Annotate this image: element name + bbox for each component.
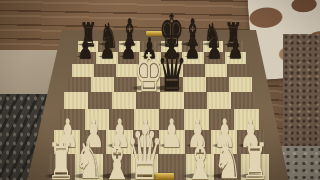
piece-shadow-d2 [133, 143, 153, 147]
piece-white-pawn-b2: ♟ [81, 114, 105, 153]
piece-shadow-f1 [182, 173, 211, 179]
piece-shadow-f7 [184, 55, 199, 58]
piece-black-pawn-g7: ♟ [205, 34, 223, 63]
piece-black-rook-a8: ♜ [78, 18, 98, 51]
piece-black-pawn-c7: ♟ [119, 34, 137, 63]
photo-scene: ♜♞♝♚♝♞♜♟♟♟♟♟♟♟♟♚♛♟♟♟♟♟♟♟♟♜♞♝♛♝♞♜ [0, 0, 320, 180]
piece-black-bishop-f8: ♝ [181, 15, 204, 52]
piece-shadow-h8 [223, 43, 240, 47]
piece-shadow-h7 [227, 55, 242, 58]
piece-black-pawn-f7: ♟ [184, 34, 202, 63]
piece-shadow-g8 [202, 42, 220, 46]
piece-black-queen-e5: ♛ [155, 45, 189, 99]
piece-black-pawn-h7: ♟ [227, 34, 245, 63]
piece-shadow-e2 [159, 143, 179, 147]
piece-white-pawn-a2: ♟ [55, 114, 79, 153]
piece-shadow-e7 [162, 55, 177, 58]
piece-shadow-c2 [107, 143, 127, 147]
piece-shadow-h1 [239, 173, 265, 179]
piece-white-pawn-g2: ♟ [212, 114, 236, 153]
piece-shadow-a1 [45, 173, 71, 179]
piece-black-bishop-c8: ♝ [118, 15, 141, 52]
piece-white-pawn-e2: ♟ [160, 114, 184, 153]
piece-white-king-d5: ♚ [132, 46, 165, 100]
piece-shadow-f8 [180, 42, 199, 46]
piece-shadow-d7 [141, 55, 156, 58]
piece-shadow-a7 [76, 55, 91, 58]
piece-black-pawn-a7: ♟ [77, 34, 95, 63]
piece-white-pawn-f2: ♟ [186, 114, 210, 153]
piece-black-knight-b8: ♞ [98, 18, 119, 52]
piece-shadow-f2 [186, 143, 206, 147]
piece-shadow-g2 [212, 143, 232, 147]
piece-white-pawn-d2: ♟ [134, 114, 158, 153]
piece-shadow-e5 [154, 85, 182, 91]
piece-shadow-h2 [238, 143, 258, 147]
piece-shadow-g1 [211, 173, 238, 179]
piece-shadow-g7 [205, 55, 220, 58]
piece-shadow-b1 [73, 173, 100, 179]
piece-shadow-b2 [81, 143, 101, 147]
piece-black-rook-h8: ♜ [223, 18, 243, 51]
piece-shadow-a8 [77, 43, 94, 47]
piece-black-knight-g8: ♞ [202, 18, 223, 52]
piece-shadow-d1 [122, 172, 158, 180]
piece-black-pawn-e7: ♟ [162, 34, 180, 63]
pieces-layer: ♜♞♝♚♝♞♜♟♟♟♟♟♟♟♟♚♛♟♟♟♟♟♟♟♟♜♞♝♛♝♞♜ [0, 0, 320, 180]
piece-black-pawn-b7: ♟ [98, 34, 116, 63]
piece-black-king-e8: ♚ [157, 8, 185, 53]
piece-white-pawn-h2: ♟ [238, 114, 262, 153]
piece-shadow-a2 [55, 143, 75, 147]
piece-shadow-b8 [98, 42, 116, 46]
piece-shadow-e8 [157, 42, 181, 47]
piece-shadow-b7 [98, 55, 113, 58]
piece-shadow-c8 [118, 42, 137, 46]
piece-white-pawn-c2: ♟ [107, 114, 131, 153]
piece-shadow-c7 [119, 55, 134, 58]
piece-black-pawn-d7: ♟ [141, 34, 159, 63]
